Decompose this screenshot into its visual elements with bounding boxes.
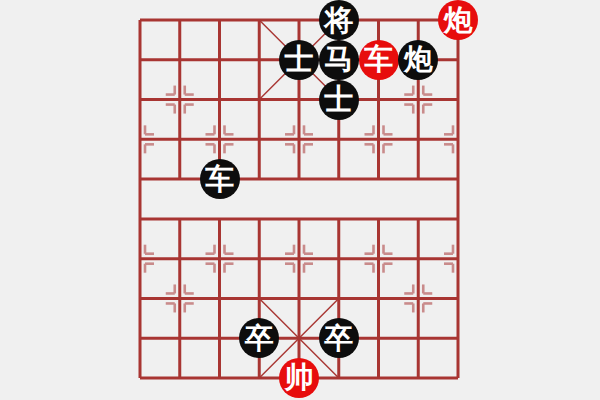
black-cannon[interactable]: 炮: [398, 40, 438, 80]
black-chariot[interactable]: 车: [200, 159, 240, 199]
red-cannon[interactable]: 炮: [438, 0, 478, 40]
black-advisor-2[interactable]: 士: [319, 80, 359, 120]
black-advisor-1[interactable]: 士: [279, 40, 319, 80]
xiangqi-board: 将炮士马车炮士车卒卒帅: [0, 0, 600, 400]
black-pawn-1[interactable]: 卒: [239, 318, 279, 358]
red-chariot[interactable]: 车: [359, 40, 399, 80]
black-general[interactable]: 将: [319, 0, 359, 40]
red-general[interactable]: 帅: [279, 358, 319, 398]
black-pawn-2[interactable]: 卒: [319, 318, 359, 358]
piece-layer: 将炮士马车炮士车卒卒帅: [120, 0, 478, 398]
black-horse[interactable]: 马: [319, 40, 359, 80]
